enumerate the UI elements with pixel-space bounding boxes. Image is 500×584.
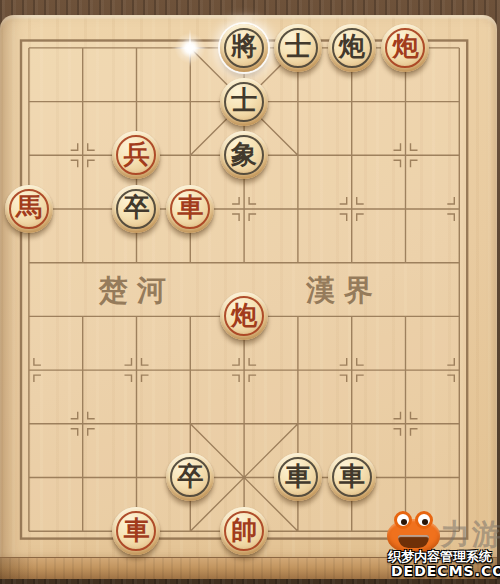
piece-character: 士 xyxy=(231,87,257,113)
board-point-1-9[interactable] xyxy=(56,504,110,558)
board-point-7-4[interactable] xyxy=(379,236,433,290)
board-point-2-5[interactable] xyxy=(110,289,164,343)
board-point-1-3[interactable] xyxy=(56,182,110,236)
piece-character: 炮 xyxy=(231,302,257,328)
board-point-0-5[interactable] xyxy=(2,289,56,343)
board-point-5-9[interactable] xyxy=(271,504,325,558)
board-point-8-2[interactable] xyxy=(432,128,486,182)
piece-black-advisor[interactable]: 士 xyxy=(274,24,322,72)
board-point-0-4[interactable] xyxy=(2,236,56,290)
board-point-4-6[interactable] xyxy=(217,343,271,397)
piece-character: 車 xyxy=(285,463,311,489)
board-point-8-3[interactable] xyxy=(432,182,486,236)
piece-character: 車 xyxy=(339,463,365,489)
board-point-2-9[interactable]: 車 xyxy=(110,504,164,558)
board-point-4-7[interactable] xyxy=(217,397,271,451)
board-point-7-3[interactable] xyxy=(379,182,433,236)
board-point-6-2[interactable] xyxy=(325,128,379,182)
piece-red-chariot[interactable]: 車 xyxy=(166,185,214,233)
piece-character: 兵 xyxy=(123,141,149,167)
board-point-7-5[interactable] xyxy=(379,289,433,343)
piece-black-advisor[interactable]: 士 xyxy=(220,78,268,126)
board-point-6-0[interactable]: 炮 xyxy=(325,21,379,75)
board-point-2-3[interactable]: 卒 xyxy=(110,182,164,236)
board-point-0-8[interactable] xyxy=(2,451,56,505)
piece-red-general[interactable]: 帥 xyxy=(220,507,268,555)
board-point-0-7[interactable] xyxy=(2,397,56,451)
board-point-8-1[interactable] xyxy=(432,75,486,129)
board-point-1-8[interactable] xyxy=(56,451,110,505)
piece-red-chariot[interactable]: 車 xyxy=(112,507,160,555)
board-point-0-6[interactable] xyxy=(2,343,56,397)
board-point-4-1[interactable]: 士 xyxy=(217,75,271,129)
board-point-3-4[interactable] xyxy=(163,236,217,290)
board-point-1-5[interactable] xyxy=(56,289,110,343)
board-point-4-5[interactable]: 炮 xyxy=(217,289,271,343)
board-point-1-7[interactable] xyxy=(56,397,110,451)
board-point-8-5[interactable] xyxy=(432,289,486,343)
board-point-2-1[interactable] xyxy=(110,75,164,129)
piece-character: 將 xyxy=(231,33,257,59)
last-move-origin-marker xyxy=(174,32,206,64)
piece-black-chariot[interactable]: 車 xyxy=(328,453,376,501)
board-point-7-6[interactable] xyxy=(379,343,433,397)
board-point-4-4[interactable] xyxy=(217,236,271,290)
piece-character: 帥 xyxy=(231,517,257,543)
board-point-4-2[interactable]: 象 xyxy=(217,128,271,182)
piece-black-general[interactable]: 將 xyxy=(220,24,268,72)
piece-character: 炮 xyxy=(339,33,365,59)
board-point-1-4[interactable] xyxy=(56,236,110,290)
board-point-6-7[interactable] xyxy=(325,397,379,451)
board-point-1-6[interactable] xyxy=(56,343,110,397)
board-point-3-2[interactable] xyxy=(163,128,217,182)
board-point-3-5[interactable] xyxy=(163,289,217,343)
board-point-3-6[interactable] xyxy=(163,343,217,397)
piece-red-cannon[interactable]: 炮 xyxy=(381,24,429,72)
board-point-7-2[interactable] xyxy=(379,128,433,182)
board-point-0-1[interactable] xyxy=(2,75,56,129)
board-point-8-9[interactable] xyxy=(432,504,486,558)
piece-black-chariot[interactable]: 車 xyxy=(274,453,322,501)
piece-character: 車 xyxy=(177,194,203,220)
board-point-5-0[interactable]: 士 xyxy=(271,21,325,75)
board-point-2-8[interactable] xyxy=(110,451,164,505)
board-point-3-3[interactable]: 車 xyxy=(163,182,217,236)
board-point-2-4[interactable] xyxy=(110,236,164,290)
board-point-3-9[interactable] xyxy=(163,504,217,558)
board-point-0-3[interactable]: 馬 xyxy=(2,182,56,236)
piece-character: 卒 xyxy=(177,463,203,489)
board-point-5-3[interactable] xyxy=(271,182,325,236)
piece-black-soldier[interactable]: 卒 xyxy=(166,453,214,501)
board-point-6-8[interactable]: 車 xyxy=(325,451,379,505)
board-point-3-7[interactable] xyxy=(163,397,217,451)
board-point-2-6[interactable] xyxy=(110,343,164,397)
piece-red-horse[interactable]: 馬 xyxy=(5,185,53,233)
piece-character: 象 xyxy=(231,141,257,167)
board-point-6-6[interactable] xyxy=(325,343,379,397)
board-point-7-0[interactable]: 炮 xyxy=(379,21,433,75)
board-point-8-4[interactable] xyxy=(432,236,486,290)
board-point-8-8[interactable] xyxy=(432,451,486,505)
piece-character: 卒 xyxy=(123,194,149,220)
board-point-2-7[interactable] xyxy=(110,397,164,451)
piece-red-soldier[interactable]: 兵 xyxy=(112,131,160,179)
piece-black-cannon[interactable]: 炮 xyxy=(328,24,376,72)
board-point-4-3[interactable] xyxy=(217,182,271,236)
board-point-8-0[interactable] xyxy=(432,21,486,75)
board-point-7-7[interactable] xyxy=(379,397,433,451)
xiangqi-app: 楚河 漢界 將士炮炮士兵象馬卒車炮卒車車車帥 力游 织梦内容管理系统 DEDEC… xyxy=(0,0,500,584)
board-point-1-0[interactable] xyxy=(56,21,110,75)
piece-character: 車 xyxy=(123,517,149,543)
board-point-7-8[interactable] xyxy=(379,451,433,505)
piece-red-cannon[interactable]: 炮 xyxy=(220,292,268,340)
board-point-6-5[interactable] xyxy=(325,289,379,343)
piece-character: 士 xyxy=(285,33,311,59)
board-point-7-1[interactable] xyxy=(379,75,433,129)
board-point-2-2[interactable]: 兵 xyxy=(110,128,164,182)
board-point-5-6[interactable] xyxy=(271,343,325,397)
board-point-3-8[interactable]: 卒 xyxy=(163,451,217,505)
board-point-0-2[interactable] xyxy=(2,128,56,182)
board-point-4-8[interactable] xyxy=(217,451,271,505)
board-point-5-2[interactable] xyxy=(271,128,325,182)
board-point-5-8[interactable]: 車 xyxy=(271,451,325,505)
piece-black-elephant[interactable]: 象 xyxy=(220,131,268,179)
board-point-6-4[interactable] xyxy=(325,236,379,290)
board-point-8-7[interactable] xyxy=(432,397,486,451)
board-point-5-7[interactable] xyxy=(271,397,325,451)
board-point-4-9[interactable]: 帥 xyxy=(217,504,271,558)
board-point-2-0[interactable] xyxy=(110,21,164,75)
board-point-5-4[interactable] xyxy=(271,236,325,290)
board-point-1-2[interactable] xyxy=(56,128,110,182)
piece-character: 馬 xyxy=(16,194,42,220)
board-point-6-3[interactable] xyxy=(325,182,379,236)
board-point-6-9[interactable] xyxy=(325,504,379,558)
board-point-1-1[interactable] xyxy=(56,75,110,129)
piece-black-soldier[interactable]: 卒 xyxy=(112,185,160,233)
board-point-0-9[interactable] xyxy=(2,504,56,558)
board-point-8-6[interactable] xyxy=(432,343,486,397)
board-point-0-0[interactable] xyxy=(2,21,56,75)
board: 將士炮炮士兵象馬卒車炮卒車車車帥 xyxy=(2,21,486,558)
board-point-7-9[interactable] xyxy=(379,504,433,558)
board-point-6-1[interactable] xyxy=(325,75,379,129)
board-point-5-1[interactable] xyxy=(271,75,325,129)
piece-character: 炮 xyxy=(392,33,418,59)
board-point-4-0[interactable]: 將 xyxy=(217,21,271,75)
board-point-5-5[interactable] xyxy=(271,289,325,343)
board-point-3-1[interactable] xyxy=(163,75,217,129)
